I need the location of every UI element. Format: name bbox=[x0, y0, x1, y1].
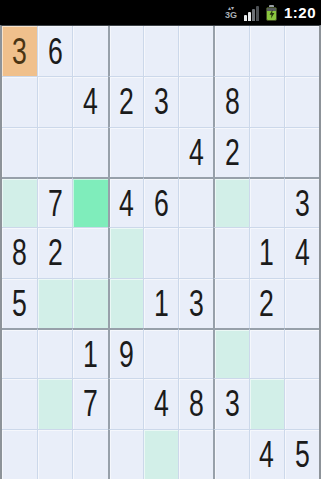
cell-digit: 5 bbox=[12, 285, 27, 322]
cell-digit: 1 bbox=[259, 234, 274, 271]
cell-r3c6[interactable]: 4 bbox=[178, 127, 213, 177]
cell-r6c8[interactable]: 2 bbox=[249, 278, 284, 328]
cell-digit: 2 bbox=[225, 134, 240, 171]
cell-r7c9[interactable] bbox=[284, 328, 319, 378]
cell-r3c7[interactable]: 2 bbox=[213, 127, 248, 177]
cell-digit: 4 bbox=[294, 234, 309, 271]
cell-r5c6[interactable] bbox=[178, 227, 213, 277]
cell-r1c5[interactable] bbox=[143, 26, 178, 76]
cell-r4c5[interactable]: 6 bbox=[143, 177, 178, 227]
cell-digit: 1 bbox=[83, 336, 98, 373]
cell-r5c2[interactable]: 2 bbox=[37, 227, 72, 277]
cell-r2c6[interactable] bbox=[178, 76, 213, 126]
cell-r2c7[interactable]: 8 bbox=[213, 76, 248, 126]
cell-r6c4[interactable] bbox=[108, 278, 143, 328]
cell-r5c5[interactable] bbox=[143, 227, 178, 277]
cell-r1c9[interactable] bbox=[284, 26, 319, 76]
cell-r4c7[interactable] bbox=[213, 177, 248, 227]
cell-r8c3[interactable]: 7 bbox=[72, 378, 107, 428]
phone-screen: ▴▾ 3G 1:20 3642384274638214513219748345 bbox=[0, 0, 321, 479]
cell-r1c6[interactable] bbox=[178, 26, 213, 76]
cell-r4c6[interactable] bbox=[178, 177, 213, 227]
cell-r4c8[interactable] bbox=[249, 177, 284, 227]
network-type-label: 3G bbox=[225, 11, 237, 20]
status-bar-clock: 1:20 bbox=[284, 4, 316, 21]
cell-r8c9[interactable] bbox=[284, 378, 319, 428]
cell-r2c5[interactable]: 3 bbox=[143, 76, 178, 126]
cell-r2c8[interactable] bbox=[249, 76, 284, 126]
cell-r7c2[interactable] bbox=[37, 328, 72, 378]
cell-digit: 2 bbox=[119, 83, 134, 120]
cell-r8c1[interactable] bbox=[2, 378, 37, 428]
cell-r8c8[interactable] bbox=[249, 378, 284, 428]
cell-r5c7[interactable] bbox=[213, 227, 248, 277]
cell-digit: 2 bbox=[48, 234, 63, 271]
cell-digit: 6 bbox=[48, 33, 63, 70]
cell-r1c1[interactable]: 3 bbox=[2, 26, 37, 76]
cell-digit: 2 bbox=[259, 285, 274, 322]
cell-r8c2[interactable] bbox=[37, 378, 72, 428]
cell-r2c3[interactable]: 4 bbox=[72, 76, 107, 126]
cell-r8c7[interactable]: 3 bbox=[213, 378, 248, 428]
cell-digit: 4 bbox=[119, 185, 134, 222]
cell-r1c7[interactable] bbox=[213, 26, 248, 76]
cell-r3c9[interactable] bbox=[284, 127, 319, 177]
cell-r5c1[interactable]: 8 bbox=[2, 227, 37, 277]
cell-digit: 3 bbox=[12, 33, 27, 70]
cell-digit: 4 bbox=[83, 83, 98, 120]
lightning-bolt-icon bbox=[269, 10, 275, 19]
cell-digit: 3 bbox=[225, 385, 240, 422]
cell-r8c5[interactable]: 4 bbox=[143, 378, 178, 428]
cell-r6c9[interactable] bbox=[284, 278, 319, 328]
cell-r7c6[interactable] bbox=[178, 328, 213, 378]
cell-r6c1[interactable]: 5 bbox=[2, 278, 37, 328]
cell-r9c4[interactable] bbox=[108, 429, 143, 479]
cell-r8c4[interactable] bbox=[108, 378, 143, 428]
cell-digit: 6 bbox=[154, 185, 169, 222]
cell-r1c3[interactable] bbox=[72, 26, 107, 76]
cell-r2c9[interactable] bbox=[284, 76, 319, 126]
cell-r9c6[interactable] bbox=[178, 429, 213, 479]
cell-r8c6[interactable]: 8 bbox=[178, 378, 213, 428]
cell-r3c8[interactable] bbox=[249, 127, 284, 177]
sudoku-board: 3642384274638214513219748345 bbox=[0, 25, 321, 479]
cell-digit: 7 bbox=[83, 385, 98, 422]
cell-r1c4[interactable] bbox=[108, 26, 143, 76]
cell-r2c4[interactable]: 2 bbox=[108, 76, 143, 126]
cell-r5c8[interactable]: 1 bbox=[249, 227, 284, 277]
cell-digit: 8 bbox=[189, 385, 204, 422]
cell-r5c3[interactable] bbox=[72, 227, 107, 277]
cell-r5c4[interactable] bbox=[108, 227, 143, 277]
cell-r9c1[interactable] bbox=[2, 429, 37, 479]
cell-r3c1[interactable] bbox=[2, 127, 37, 177]
cell-r4c4[interactable]: 4 bbox=[108, 177, 143, 227]
cell-r4c9[interactable]: 3 bbox=[284, 177, 319, 227]
cell-r2c1[interactable] bbox=[2, 76, 37, 126]
cell-r6c3[interactable] bbox=[72, 278, 107, 328]
cell-r7c4[interactable]: 9 bbox=[108, 328, 143, 378]
cell-r7c7[interactable] bbox=[213, 328, 248, 378]
cell-r6c5[interactable]: 1 bbox=[143, 278, 178, 328]
cell-r9c8[interactable]: 4 bbox=[249, 429, 284, 479]
cell-digit: 3 bbox=[189, 285, 204, 322]
cell-digit: 8 bbox=[225, 83, 240, 120]
cell-r4c1[interactable] bbox=[2, 177, 37, 227]
cell-digit: 4 bbox=[154, 385, 169, 422]
cell-r5c9[interactable]: 4 bbox=[284, 227, 319, 277]
cell-digit: 1 bbox=[154, 285, 169, 322]
cell-r6c7[interactable] bbox=[213, 278, 248, 328]
cell-r7c3[interactable]: 1 bbox=[72, 328, 107, 378]
cell-digit: 9 bbox=[119, 336, 134, 373]
cell-r9c2[interactable] bbox=[37, 429, 72, 479]
cell-r7c5[interactable] bbox=[143, 328, 178, 378]
cell-r4c3[interactable] bbox=[72, 177, 107, 227]
signal-strength-icon bbox=[244, 5, 259, 21]
cell-r6c2[interactable] bbox=[37, 278, 72, 328]
cell-r3c3[interactable] bbox=[72, 127, 107, 177]
cell-r9c9[interactable]: 5 bbox=[284, 429, 319, 479]
battery-charging-icon bbox=[266, 5, 277, 21]
cell-digit: 5 bbox=[294, 436, 309, 473]
cell-digit: 4 bbox=[259, 436, 274, 473]
cell-r9c5[interactable] bbox=[143, 429, 178, 479]
cell-digit: 3 bbox=[294, 185, 309, 222]
cell-r9c7[interactable] bbox=[213, 429, 248, 479]
cell-r1c8[interactable] bbox=[249, 26, 284, 76]
cell-r9c3[interactable] bbox=[72, 429, 107, 479]
cell-digit: 7 bbox=[48, 185, 63, 222]
cell-digit: 3 bbox=[154, 83, 169, 120]
cell-r1c2[interactable]: 6 bbox=[37, 26, 72, 76]
cell-r2c2[interactable] bbox=[37, 76, 72, 126]
status-bar: ▴▾ 3G 1:20 bbox=[0, 0, 321, 25]
cell-digit: 8 bbox=[12, 234, 27, 271]
cell-digit: 4 bbox=[189, 134, 204, 171]
cell-r7c1[interactable] bbox=[2, 328, 37, 378]
cell-r3c5[interactable] bbox=[143, 127, 178, 177]
cell-r6c6[interactable]: 3 bbox=[178, 278, 213, 328]
cell-r3c2[interactable] bbox=[37, 127, 72, 177]
cell-r3c4[interactable] bbox=[108, 127, 143, 177]
network-3g-icon: ▴▾ 3G bbox=[225, 5, 237, 20]
cell-r4c2[interactable]: 7 bbox=[37, 177, 72, 227]
cell-r7c8[interactable] bbox=[249, 328, 284, 378]
